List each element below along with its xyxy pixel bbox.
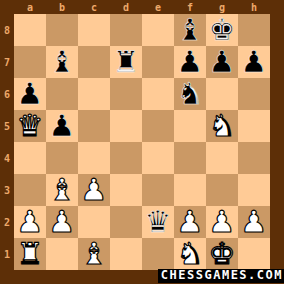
square-f8[interactable]: ♝ [174, 14, 206, 46]
square-h6[interactable] [238, 78, 270, 110]
square-e6[interactable] [142, 78, 174, 110]
rank-label-7: 7 [0, 46, 14, 78]
rank-label-1: 1 [0, 238, 14, 270]
piece-black-pawn: ♟ [177, 46, 204, 78]
square-f2[interactable]: ♟ [174, 206, 206, 238]
square-f1[interactable]: ♞ [174, 238, 206, 270]
chess-board: ♝♚♝♜♟♟♟♟♞♛♟♞♝♟♟♟♛♟♟♟♜♝♞♚ [14, 14, 270, 270]
square-h5[interactable] [238, 110, 270, 142]
file-label-c: c [78, 0, 110, 14]
square-h4[interactable] [238, 142, 270, 174]
square-b7[interactable]: ♝ [46, 46, 78, 78]
piece-white-pawn: ♟ [81, 174, 108, 206]
square-e5[interactable] [142, 110, 174, 142]
chess-diagram: abcdefgh 87654321 ♝♚♝♜♟♟♟♟♞♛♟♞♝♟♟♟♛♟♟♟♜♝… [0, 0, 284, 284]
square-g4[interactable] [206, 142, 238, 174]
piece-white-queen: ♛ [17, 110, 44, 142]
square-d1[interactable] [110, 238, 142, 270]
square-d3[interactable] [110, 174, 142, 206]
square-g3[interactable] [206, 174, 238, 206]
square-b5[interactable]: ♟ [46, 110, 78, 142]
square-e1[interactable] [142, 238, 174, 270]
square-f7[interactable]: ♟ [174, 46, 206, 78]
square-a7[interactable] [14, 46, 46, 78]
rank-label-3: 3 [0, 174, 14, 206]
square-f4[interactable] [174, 142, 206, 174]
square-a6[interactable]: ♟ [14, 78, 46, 110]
piece-black-king: ♚ [209, 14, 236, 46]
square-a3[interactable] [14, 174, 46, 206]
square-f3[interactable] [174, 174, 206, 206]
piece-white-knight: ♞ [177, 238, 204, 270]
rank-labels: 87654321 [0, 14, 14, 270]
file-label-b: b [46, 0, 78, 14]
square-a4[interactable] [14, 142, 46, 174]
piece-black-bishop: ♝ [49, 46, 76, 78]
piece-white-knight: ♞ [209, 110, 236, 142]
rank-label-5: 5 [0, 110, 14, 142]
square-h2[interactable]: ♟ [238, 206, 270, 238]
piece-white-pawn: ♟ [17, 206, 44, 238]
square-c8[interactable] [78, 14, 110, 46]
piece-black-pawn: ♟ [241, 46, 268, 78]
square-c7[interactable] [78, 46, 110, 78]
square-c1[interactable]: ♝ [78, 238, 110, 270]
piece-black-knight: ♞ [177, 78, 204, 110]
piece-black-bishop: ♝ [177, 14, 204, 46]
piece-white-bishop: ♝ [49, 174, 76, 206]
square-c4[interactable] [78, 142, 110, 174]
square-a5[interactable]: ♛ [14, 110, 46, 142]
square-g8[interactable]: ♚ [206, 14, 238, 46]
watermark: CHESSGAMES.COM [158, 269, 284, 283]
piece-white-pawn: ♟ [177, 206, 204, 238]
square-c6[interactable] [78, 78, 110, 110]
square-a1[interactable]: ♜ [14, 238, 46, 270]
square-h1[interactable] [238, 238, 270, 270]
square-e3[interactable] [142, 174, 174, 206]
square-g2[interactable]: ♟ [206, 206, 238, 238]
square-d4[interactable] [110, 142, 142, 174]
rank-label-8: 8 [0, 14, 14, 46]
rank-label-2: 2 [0, 206, 14, 238]
piece-black-pawn: ♟ [209, 46, 236, 78]
square-f6[interactable]: ♞ [174, 78, 206, 110]
square-c5[interactable] [78, 110, 110, 142]
piece-black-pawn: ♟ [49, 110, 76, 142]
square-b4[interactable] [46, 142, 78, 174]
piece-black-pawn: ♟ [17, 78, 44, 110]
square-g7[interactable]: ♟ [206, 46, 238, 78]
square-b8[interactable] [46, 14, 78, 46]
square-b2[interactable]: ♟ [46, 206, 78, 238]
square-g1[interactable]: ♚ [206, 238, 238, 270]
piece-white-pawn: ♟ [241, 206, 268, 238]
piece-black-rook: ♜ [113, 46, 140, 78]
piece-white-rook: ♜ [17, 238, 44, 270]
square-c3[interactable]: ♟ [78, 174, 110, 206]
square-d7[interactable]: ♜ [110, 46, 142, 78]
square-e8[interactable] [142, 14, 174, 46]
piece-white-pawn: ♟ [209, 206, 236, 238]
file-label-d: d [110, 0, 142, 14]
square-e7[interactable] [142, 46, 174, 78]
square-a2[interactable]: ♟ [14, 206, 46, 238]
square-e4[interactable] [142, 142, 174, 174]
square-c2[interactable] [78, 206, 110, 238]
square-e2[interactable]: ♛ [142, 206, 174, 238]
square-d8[interactable] [110, 14, 142, 46]
square-a8[interactable] [14, 14, 46, 46]
square-f5[interactable] [174, 110, 206, 142]
piece-black-queen: ♛ [145, 206, 172, 238]
square-d2[interactable] [110, 206, 142, 238]
square-d6[interactable] [110, 78, 142, 110]
square-h8[interactable] [238, 14, 270, 46]
square-b1[interactable] [46, 238, 78, 270]
square-g6[interactable] [206, 78, 238, 110]
piece-white-pawn: ♟ [49, 206, 76, 238]
rank-label-4: 4 [0, 142, 14, 174]
rank-label-6: 6 [0, 78, 14, 110]
file-label-h: h [238, 0, 270, 14]
square-h3[interactable] [238, 174, 270, 206]
square-b3[interactable]: ♝ [46, 174, 78, 206]
file-label-e: e [142, 0, 174, 14]
piece-white-king: ♚ [209, 238, 236, 270]
square-d5[interactable] [110, 110, 142, 142]
piece-white-bishop: ♝ [81, 238, 108, 270]
square-b6[interactable] [46, 78, 78, 110]
file-label-a: a [14, 0, 46, 14]
square-h7[interactable]: ♟ [238, 46, 270, 78]
square-g5[interactable]: ♞ [206, 110, 238, 142]
